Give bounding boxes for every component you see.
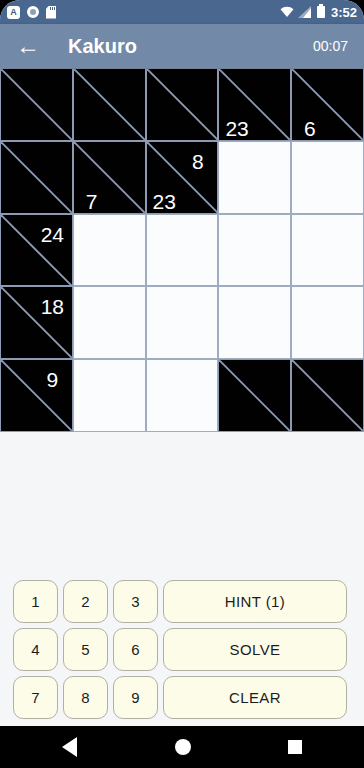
cell-r4c5[interactable] xyxy=(291,286,364,359)
diagonal-line xyxy=(219,360,290,431)
cell-r2c5[interactable] xyxy=(291,141,364,214)
cell-r3c5[interactable] xyxy=(291,214,364,287)
key-4[interactable]: 4 xyxy=(13,628,58,671)
battery-icon xyxy=(317,6,325,18)
navigation-bar xyxy=(0,726,364,768)
timer: 00:07 xyxy=(313,38,348,54)
cell-r4c1: 18 xyxy=(0,286,73,359)
circle-icon xyxy=(27,6,39,18)
cell-r3c4[interactable] xyxy=(218,214,291,287)
key-7[interactable]: 7 xyxy=(13,676,58,719)
diagonal-line xyxy=(147,69,218,140)
across-clue: 9 xyxy=(33,369,72,390)
diagonal-line xyxy=(74,69,145,140)
cell-r4c4[interactable] xyxy=(218,286,291,359)
cell-r5c1: 9 xyxy=(0,359,73,432)
key-6[interactable]: 6 xyxy=(113,628,158,671)
down-clue: 23 xyxy=(147,191,182,212)
across-clue: 8 xyxy=(178,151,217,172)
status-bar: A 3:52 xyxy=(0,0,364,24)
down-clue: 6 xyxy=(292,118,327,139)
cell-r5c2[interactable] xyxy=(73,359,146,432)
down-clue: 7 xyxy=(74,191,109,212)
page-title: Kakuro xyxy=(68,35,137,58)
key-2[interactable]: 2 xyxy=(63,580,108,623)
across-clue: 18 xyxy=(33,296,72,317)
cell-r3c3[interactable] xyxy=(146,214,219,287)
cell-r2c3: 238 xyxy=(146,141,219,214)
diagonal-line xyxy=(1,69,72,140)
solve-button[interactable]: SOLVE xyxy=(163,628,347,671)
wifi-icon xyxy=(280,6,294,18)
cell-r5c5 xyxy=(291,359,364,432)
key-1[interactable]: 1 xyxy=(13,580,58,623)
cell-r1c4: 23 xyxy=(218,68,291,141)
key-9[interactable]: 9 xyxy=(113,676,158,719)
cell-r1c2 xyxy=(73,68,146,141)
phone-screen: A 3:52 ← Kakuro 00:07 236723824189 123HI… xyxy=(0,0,364,768)
kakuro-board: 236723824189 xyxy=(0,68,364,432)
cell-r1c3 xyxy=(146,68,219,141)
back-icon[interactable] xyxy=(62,737,77,757)
clear-button[interactable]: CLEAR xyxy=(163,676,347,719)
app-letter-a-icon: A xyxy=(7,6,20,19)
hint-button[interactable]: HINT (1) xyxy=(163,580,347,623)
keypad: 123HINT (1)456SOLVE789CLEAR xyxy=(13,580,347,719)
recents-icon[interactable] xyxy=(288,740,302,754)
sd-card-icon xyxy=(46,6,56,19)
status-right-icons: 3:52 xyxy=(280,5,357,20)
cell-r2c4[interactable] xyxy=(218,141,291,214)
key-3[interactable]: 3 xyxy=(113,580,158,623)
across-clue: 24 xyxy=(33,224,72,245)
status-time: 3:52 xyxy=(331,5,357,20)
diagonal-line xyxy=(1,142,72,213)
cell-r3c1: 24 xyxy=(0,214,73,287)
cellular-icon xyxy=(298,6,311,18)
status-left-icons: A xyxy=(7,6,56,19)
app-bar: ← Kakuro 00:07 xyxy=(0,24,364,68)
back-arrow-icon[interactable]: ← xyxy=(16,34,44,58)
home-icon[interactable] xyxy=(175,739,191,755)
diagonal-line xyxy=(292,360,363,431)
cell-r5c4 xyxy=(218,359,291,432)
cell-r2c2: 7 xyxy=(73,141,146,214)
cell-r1c5: 6 xyxy=(291,68,364,141)
down-clue: 23 xyxy=(219,118,254,139)
key-5[interactable]: 5 xyxy=(63,628,108,671)
cell-r1c1 xyxy=(0,68,73,141)
cell-r5c3[interactable] xyxy=(146,359,219,432)
cell-r4c3[interactable] xyxy=(146,286,219,359)
cell-r4c2[interactable] xyxy=(73,286,146,359)
key-8[interactable]: 8 xyxy=(63,676,108,719)
cell-r3c2[interactable] xyxy=(73,214,146,287)
cell-r2c1 xyxy=(0,141,73,214)
